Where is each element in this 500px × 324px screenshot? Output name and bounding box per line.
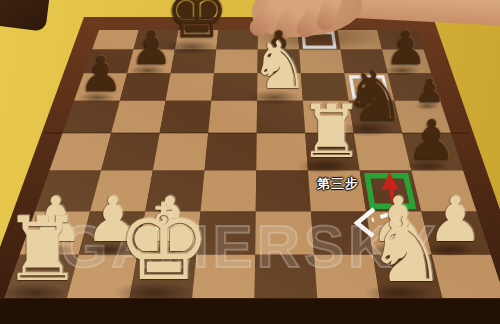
piece-black-pawn-h4[interactable]: ♟ bbox=[407, 113, 456, 168]
captured-piece-on-frame[interactable]: ♟ bbox=[416, 75, 445, 107]
piece-white-king-c1[interactable]: ♚ bbox=[116, 189, 211, 295]
piece-white-rook-f4[interactable]: ♜ bbox=[299, 95, 365, 168]
chess-game-screenshot: ♚♟♟♟♟♞♟♞♜♟♟♟♟♟♜♚♞♟ 第三步 GAMERSKY bbox=[0, 0, 500, 324]
piece-black-pawn-b7[interactable]: ♟ bbox=[131, 25, 173, 71]
piece-black-pawn-a6[interactable]: ♟ bbox=[79, 50, 123, 99]
piece-white-rook-a1[interactable]: ♜ bbox=[3, 206, 83, 295]
board-front-edge bbox=[0, 299, 500, 324]
piece-black-king-c8[interactable]: ♚ bbox=[165, 0, 229, 49]
step-label: 第三步 bbox=[317, 175, 359, 193]
piece-white-knight-g1[interactable]: ♞ bbox=[367, 206, 447, 295]
